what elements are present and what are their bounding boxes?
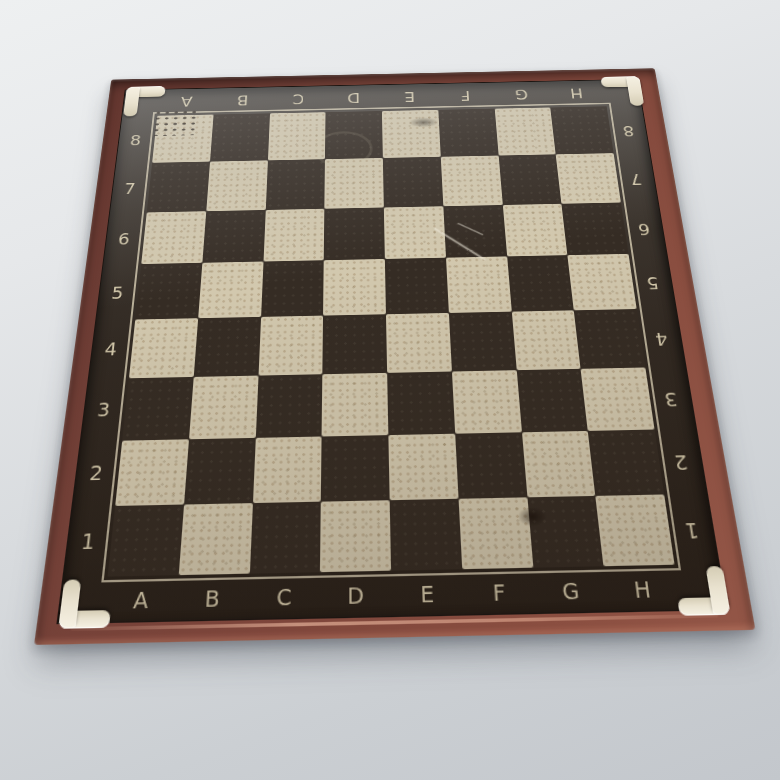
square-h7: [556, 153, 621, 203]
square-b8: [210, 113, 270, 161]
coordinate-label: H: [605, 578, 680, 602]
coordinate-label: 7: [113, 164, 147, 214]
coordinate-label: C: [248, 586, 320, 610]
square-g6: [502, 203, 567, 256]
corner-protector-bottom-right-icon: [670, 561, 731, 615]
square-f3: [452, 370, 522, 433]
square-c7: [265, 159, 325, 210]
square-e1: [390, 499, 462, 571]
square-f6: [443, 205, 507, 258]
coordinate-label: A: [158, 94, 215, 109]
square-d6: [324, 207, 385, 260]
board-inner-border: [101, 103, 681, 583]
coordinate-label: G: [493, 87, 550, 102]
square-e5: [385, 258, 449, 314]
square-h5: [568, 254, 637, 310]
coordinate-label: 8: [611, 107, 646, 154]
square-a6: [141, 211, 206, 264]
square-d5: [323, 259, 386, 315]
square-h4: [574, 309, 645, 369]
square-g7: [498, 154, 561, 204]
coordinate-label: 5: [99, 265, 135, 321]
square-f5: [446, 257, 512, 313]
square-f4: [449, 312, 517, 372]
square-b4: [193, 317, 260, 377]
chessboard-tray-frame: ABCDEFGH ABCDEFGH 87654321 87654321: [34, 68, 755, 645]
square-d3: [322, 373, 389, 436]
square-f2: [455, 432, 527, 499]
square-b1: [178, 503, 252, 575]
coordinate-label: H: [548, 86, 606, 100]
square-a4: [129, 318, 198, 378]
square-h2: [588, 429, 664, 496]
corner-protector-top-left-icon: [123, 86, 168, 119]
coordinate-label: B: [214, 93, 271, 108]
chessboard: ABCDEFGH ABCDEFGH 87654321 87654321: [58, 80, 726, 623]
square-c1: [249, 502, 321, 574]
square-a5: [135, 263, 202, 320]
coordinate-label: F: [437, 88, 494, 103]
coordinate-label: D: [320, 584, 392, 608]
square-h6: [562, 202, 629, 255]
board-grid: [108, 106, 675, 576]
square-e7: [383, 157, 443, 208]
photo-background: ABCDEFGH ABCDEFGH 87654321 87654321: [0, 0, 780, 780]
square-d4: [323, 314, 388, 374]
coordinate-label: 7: [618, 154, 654, 204]
square-h3: [581, 367, 655, 430]
square-c4: [258, 316, 323, 376]
square-e2: [388, 433, 458, 500]
square-h1: [596, 495, 675, 566]
square-e6: [384, 206, 446, 259]
square-g2: [521, 430, 595, 497]
square-g4: [511, 310, 580, 370]
square-a2: [115, 439, 189, 506]
corner-protector-top-right-icon: [599, 76, 645, 109]
coordinate-label: D: [326, 91, 382, 106]
square-b2: [184, 437, 256, 504]
coordinate-label: 4: [92, 321, 129, 380]
coordinate-label: G: [534, 580, 608, 604]
square-e3: [387, 371, 455, 434]
square-d7: [325, 158, 384, 209]
coordinate-label: C: [270, 92, 326, 107]
square-d2: [321, 435, 390, 502]
square-f7: [441, 155, 503, 205]
square-g3: [516, 369, 588, 432]
square-c3: [255, 374, 322, 437]
coordinate-label: E: [391, 583, 463, 607]
square-a8: [152, 115, 213, 163]
square-c6: [263, 208, 325, 261]
square-a1: [108, 505, 184, 577]
corner-protector-bottom-left-icon: [58, 574, 117, 629]
square-a7: [147, 161, 210, 212]
square-c2: [252, 436, 321, 503]
coordinate-label: B: [176, 587, 249, 611]
square-e4: [386, 313, 452, 373]
square-d8: [325, 111, 383, 159]
square-b5: [198, 262, 263, 318]
square-d1: [320, 500, 391, 572]
square-b7: [206, 160, 267, 211]
coordinate-label: F: [463, 581, 536, 605]
coordinate-label: 8: [119, 117, 152, 164]
square-h8: [550, 106, 613, 154]
square-c8: [267, 112, 325, 160]
square-f8: [438, 109, 498, 157]
square-c5: [261, 260, 324, 316]
coordinate-label: E: [382, 89, 438, 104]
square-a3: [122, 377, 193, 440]
square-b6: [202, 210, 265, 263]
square-g8: [494, 107, 556, 155]
square-b3: [189, 375, 258, 438]
square-g1: [527, 496, 604, 568]
square-f1: [458, 498, 533, 570]
square-g5: [507, 255, 574, 311]
coordinate-label: 6: [106, 213, 141, 266]
square-e8: [382, 110, 441, 158]
